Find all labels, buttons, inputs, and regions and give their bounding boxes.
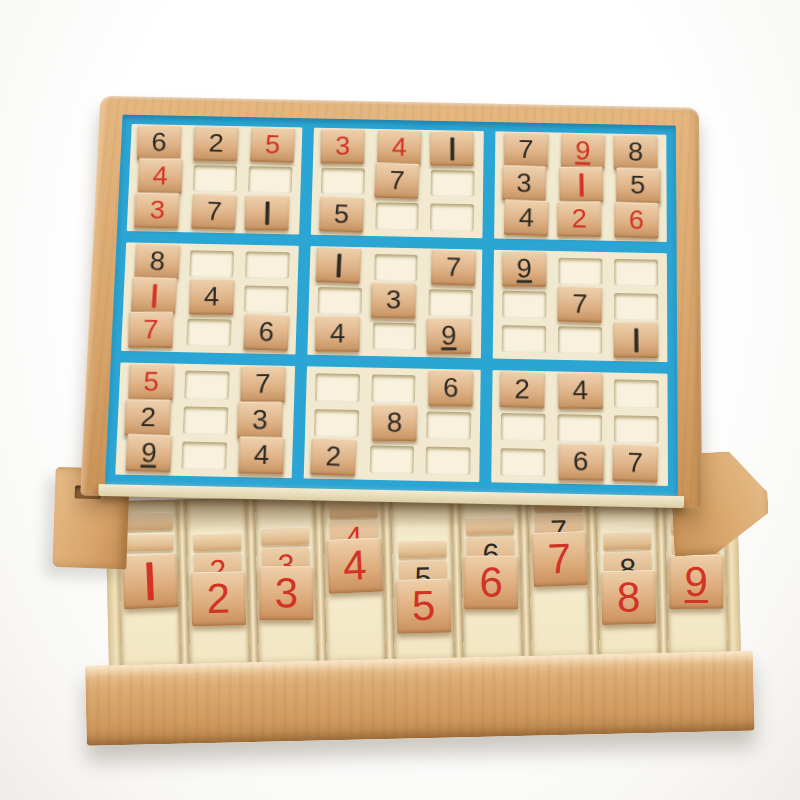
board-cell: 4 (554, 376, 606, 408)
board-cell (422, 444, 475, 477)
board-cell: 9 (499, 254, 551, 286)
board-cell (497, 446, 550, 479)
drawer-slot-7: 77 (528, 490, 591, 659)
board-cell (239, 283, 292, 315)
board-cell: 2 (308, 442, 361, 475)
board-cell (179, 404, 233, 436)
board-cell: 6 (238, 318, 291, 350)
number-tile[interactable]: 6 (558, 443, 603, 481)
board-cell: 7 (126, 316, 179, 348)
number-tile[interactable]: 2 (310, 437, 356, 476)
tile-number: 3 (335, 133, 351, 159)
number-tile[interactable]: 4 (239, 436, 285, 474)
empty-cell-recess (430, 204, 474, 231)
tile-number: 2 (514, 376, 530, 404)
board-cell: 3 (132, 196, 185, 227)
number-tile[interactable]: 1 (559, 167, 603, 203)
drawer-slot-2: 22 (187, 498, 250, 667)
tile-drawer: 12233445566778899 (95, 479, 761, 760)
board-cell (311, 372, 364, 404)
board-cell: 8 (610, 138, 661, 169)
board-box: 2467 (492, 370, 668, 486)
empty-cell-recess (181, 441, 227, 470)
spare-tile-front[interactable]: 1 (122, 553, 178, 609)
number-tile[interactable]: 5 (250, 127, 295, 164)
empty-cell-recess (558, 257, 602, 285)
tile-number: 9 (441, 323, 456, 350)
number-tile[interactable]: 7 (557, 285, 602, 323)
board-cell (498, 323, 550, 355)
drawer-slot-6: 66 (460, 492, 523, 661)
number-tile[interactable]: 3 (321, 129, 365, 165)
board-cell: 3 (500, 170, 552, 201)
tile-number: 3 (516, 170, 532, 197)
number-tile[interactable]: 5 (616, 168, 660, 204)
board-cell (497, 410, 550, 443)
number-tile[interactable]: 7 (612, 444, 657, 483)
board-cell: 7 (554, 290, 606, 322)
board-cell: 2 (122, 403, 176, 435)
drawer-slot-5: 55 (391, 493, 454, 662)
empty-cell-recess (320, 168, 364, 195)
tile-number: 7 (143, 317, 159, 344)
empty-cell-recess (614, 415, 659, 443)
drawer-slots: 12233445566778899 (118, 487, 728, 669)
empty-cell-recess (371, 375, 416, 403)
tile-number: 6 (573, 448, 589, 476)
empty-cell-recess (243, 285, 288, 313)
board-cell: 4 (184, 282, 237, 314)
board-cell (610, 413, 663, 446)
board-wooden-frame: 6254371341757983154268147617349971572394… (80, 96, 702, 509)
tile-number: 4 (342, 544, 367, 587)
tile-number: 4 (391, 134, 407, 160)
board-cell: 5 (610, 172, 661, 203)
tile-number: 1 (152, 284, 157, 308)
board-cell: 6 (423, 374, 476, 406)
number-tile[interactable]: 7 (241, 366, 286, 403)
tile-number: 8 (627, 139, 642, 165)
number-tile[interactable]: 4 (138, 158, 183, 194)
tile-number: 3 (149, 197, 165, 224)
board-cell (555, 255, 607, 287)
board-cell: 2 (190, 130, 242, 161)
tile-number: 7 (547, 538, 572, 581)
board-box: 34175 (311, 128, 485, 238)
board-cell: 2 (555, 204, 607, 235)
board-cell: 4 (234, 440, 288, 473)
tile-number: 1 (146, 562, 154, 600)
board-cell (554, 324, 606, 356)
empty-cell-recess (315, 374, 360, 402)
empty-cell-recess (502, 291, 546, 319)
board-cell: 1 (555, 171, 606, 202)
number-tile[interactable]: 7 (374, 163, 419, 200)
empty-cell-recess (558, 414, 603, 442)
board-box: 798315426 (494, 131, 666, 241)
number-tile[interactable]: 9 (126, 434, 173, 473)
board-cell: 1 (428, 135, 480, 166)
drawer-slot-3: 33 (255, 497, 318, 666)
empty-cell-recess (314, 409, 359, 437)
board-cell (244, 164, 296, 195)
tile-number: 5 (143, 369, 159, 396)
tile-number: 2 (325, 443, 342, 471)
spare-tile-back[interactable] (125, 533, 173, 552)
tile-number: 7 (445, 254, 461, 281)
empty-cell-recess (558, 326, 602, 354)
tile-number: 5 (630, 173, 645, 199)
board-box: 6254371 (127, 124, 302, 234)
board-cell: 2 (497, 375, 550, 407)
board-cell: 7 (236, 370, 289, 402)
number-tile[interactable]: 7 (504, 132, 548, 168)
empty-cell-recess (431, 170, 475, 197)
spare-tile-front[interactable]: 7 (531, 531, 587, 587)
tile-number: 4 (518, 204, 534, 231)
board-cell (367, 373, 420, 405)
tile-number: 8 (149, 248, 166, 275)
board-cell (368, 321, 421, 353)
spare-tile-back[interactable] (124, 512, 172, 531)
board-cell: 3 (317, 132, 369, 163)
tile-number: 6 (152, 130, 168, 156)
number-tile[interactable]: 3 (135, 192, 180, 228)
spare-tile-front[interactable]: 9 (669, 555, 723, 609)
empty-cell-recess (502, 325, 546, 353)
tile-number: 1 (450, 137, 454, 160)
tile-number: 1 (265, 201, 269, 224)
tile-number: 7 (518, 137, 533, 163)
empty-cell-recess (193, 165, 238, 192)
empty-cell-recess (317, 287, 362, 315)
board-cell (177, 439, 231, 472)
board-box: 17349 (307, 246, 483, 359)
number-tile[interactable]: 1 (245, 194, 290, 230)
number-tile[interactable]: 4 (558, 373, 603, 410)
tile-number: 2 (208, 131, 224, 157)
board-cell (498, 289, 550, 321)
board-cell (610, 378, 662, 410)
tile-number: 7 (206, 198, 223, 225)
board-cell: 4 (373, 133, 425, 164)
board-cell (182, 317, 235, 349)
spare-tile-back[interactable] (329, 499, 377, 518)
number-tile[interactable]: 5 (319, 195, 364, 232)
number-tile[interactable]: 3 (502, 165, 546, 202)
number-tile[interactable]: 2 (125, 399, 171, 437)
board-cell (180, 369, 233, 401)
number-tile[interactable]: 8 (135, 243, 181, 280)
board-cell (365, 443, 418, 476)
board-cell (610, 291, 662, 323)
board-cell: 4 (133, 162, 186, 193)
number-tile[interactable]: 1 (613, 321, 658, 358)
drawer-front-handle[interactable] (85, 651, 755, 746)
empty-cell-recess (374, 254, 418, 282)
drawer-slot-4: 44 (323, 495, 386, 664)
number-tile[interactable]: 6 (614, 201, 658, 238)
board-cell: 4 (312, 319, 365, 351)
board-cell: 5 (316, 200, 368, 231)
empty-cell-recess (501, 448, 546, 477)
board-cell: 7 (500, 136, 551, 167)
tile-number: 5 (334, 200, 350, 227)
tile-number: 6 (480, 562, 503, 604)
empty-cell-recess (369, 445, 414, 474)
number-tile[interactable]: 3 (237, 401, 283, 439)
tile-number: 5 (265, 132, 281, 158)
number-tile[interactable]: 1 (316, 246, 362, 284)
number-tile[interactable]: 9 (560, 133, 604, 170)
number-tile[interactable]: 2 (557, 201, 601, 237)
number-tile[interactable]: 8 (372, 404, 417, 441)
board-cell: 7 (425, 253, 477, 285)
board-box: 81476 (121, 242, 298, 355)
board-cell (317, 166, 369, 197)
empty-cell-recess (183, 406, 229, 434)
empty-cell-recess (375, 203, 419, 230)
spare-tile-front[interactable]: 8 (601, 570, 656, 625)
board-cell: 7 (187, 197, 240, 228)
empty-cell-recess (429, 289, 473, 317)
board-cell: 5 (124, 368, 178, 400)
board-cell (185, 248, 238, 280)
board-cell (309, 407, 362, 440)
board-cell (313, 285, 366, 317)
number-tile[interactable]: 7 (192, 193, 238, 230)
board-cell (241, 249, 294, 281)
number-tile[interactable]: 9 (502, 251, 546, 287)
empty-cell-recess (614, 259, 658, 287)
board-surface: 6254371341757983154268147617349971572394… (105, 115, 678, 496)
spare-tile-back[interactable] (398, 540, 446, 559)
board-cell: 7 (372, 167, 424, 198)
board-cell (423, 409, 476, 442)
tile-number: 7 (627, 449, 643, 477)
number-tile[interactable]: 6 (244, 313, 290, 351)
tile-number: 7 (389, 168, 405, 195)
board-cell (425, 287, 477, 319)
board-cell: 9 (555, 137, 606, 168)
board-cell: 3 (235, 405, 289, 437)
board-cell: 3 (369, 286, 422, 318)
empty-cell-recess (186, 319, 231, 347)
number-tile[interactable]: 2 (194, 126, 239, 162)
tile-number: 1 (633, 328, 637, 352)
number-tile[interactable]: 6 (428, 370, 473, 407)
number-tile[interactable]: 2 (499, 371, 544, 409)
number-tile[interactable]: 9 (427, 318, 471, 355)
board-cell: 6 (610, 206, 662, 237)
board-cell: 6 (135, 129, 187, 160)
empty-cell-recess (427, 411, 472, 439)
tile-number: 7 (572, 291, 588, 318)
number-tile[interactable]: 8 (613, 134, 657, 170)
board-cell: 9 (120, 438, 174, 471)
board-cell (554, 412, 607, 445)
board-cell: 4 (499, 203, 551, 234)
spare-tile-back[interactable] (466, 516, 514, 535)
empty-cell-recess (248, 166, 292, 193)
tile-number: 3 (252, 406, 268, 433)
tile-number: 4 (153, 163, 169, 189)
board-cell (370, 252, 422, 284)
tile-number: 2 (571, 205, 586, 231)
number-tile[interactable]: 4 (377, 129, 422, 165)
spare-tile-front[interactable]: 5 (396, 578, 451, 633)
board-cell: 6 (553, 447, 606, 480)
tile-number: 3 (386, 287, 402, 314)
board-cell: 1 (243, 198, 295, 229)
tile-number: 3 (275, 572, 298, 614)
spare-tile-back[interactable] (193, 532, 241, 551)
tile-number: 8 (616, 576, 640, 619)
sudoku-board: 6254371341757983154268147617349971572394… (80, 96, 702, 509)
number-tile[interactable]: 7 (129, 312, 174, 349)
empty-cell-recess (372, 323, 417, 351)
tile-number: 9 (685, 561, 708, 603)
board-box: 971 (493, 249, 667, 362)
board-cell: 9 (424, 322, 477, 354)
board-cell (189, 163, 241, 194)
spare-tile-back[interactable] (603, 531, 651, 550)
tile-number: 4 (204, 283, 220, 310)
drawer-slot-8: 88 (596, 489, 659, 658)
number-tile[interactable]: 4 (504, 199, 549, 236)
board-box: 682 (303, 367, 481, 482)
tile-number: 7 (255, 371, 271, 398)
empty-cell-recess (501, 413, 546, 441)
spare-tile-front[interactable]: 3 (260, 566, 314, 620)
spare-tile-front[interactable]: 2 (191, 571, 246, 626)
number-tile[interactable]: 1 (131, 277, 177, 315)
board-box: 572394 (115, 363, 295, 478)
number-tile[interactable]: 7 (431, 249, 476, 286)
board-cell: 8 (129, 247, 182, 279)
number-tile[interactable]: 6 (137, 125, 181, 160)
board-cell: 1 (128, 281, 181, 313)
number-tile[interactable]: 4 (189, 278, 234, 315)
tile-number: 1 (579, 173, 583, 196)
empty-cell-recess (614, 293, 658, 321)
tile-number: 5 (412, 585, 436, 628)
tile-number: 2 (140, 404, 157, 432)
board-cell: 8 (366, 408, 419, 441)
scene: 6254371341757983154268147617349971572394… (0, 0, 800, 800)
tile-number: 9 (575, 138, 591, 164)
tile-number: 2 (206, 577, 230, 620)
number-tile[interactable]: 1 (430, 131, 474, 166)
spare-tile-back[interactable] (261, 527, 309, 546)
tile-number: 9 (141, 439, 158, 467)
tile-number: 1 (336, 253, 341, 277)
board-cell (371, 201, 423, 232)
tile-number: 4 (253, 441, 269, 469)
tile-number: 4 (572, 378, 588, 405)
tile-number: 9 (516, 255, 531, 282)
tile-number: 6 (443, 375, 459, 402)
number-tile[interactable]: 4 (315, 315, 360, 352)
empty-cell-recess (184, 371, 229, 399)
empty-cell-recess (245, 251, 290, 279)
empty-cell-recess (189, 250, 234, 278)
board-cell: 7 (610, 448, 663, 481)
tile-number: 6 (628, 206, 643, 233)
number-tile[interactable]: 5 (129, 364, 175, 401)
board-cell (610, 257, 662, 289)
board-cell (427, 168, 479, 199)
board-cell: 5 (245, 131, 297, 162)
tile-number: 8 (387, 409, 403, 436)
number-tile[interactable]: 3 (371, 282, 416, 319)
board-cell (426, 202, 478, 233)
empty-cell-recess (426, 446, 471, 475)
spare-tile-front[interactable]: 4 (326, 538, 382, 594)
board-cell: 1 (610, 325, 662, 357)
tile-number: 6 (258, 319, 275, 346)
tile-number: 4 (330, 320, 346, 347)
spare-tile-front[interactable]: 6 (464, 556, 518, 610)
empty-cell-recess (614, 380, 659, 408)
drawer-tray: 12233445566778899 (105, 487, 741, 669)
board-cell: 1 (314, 251, 367, 283)
